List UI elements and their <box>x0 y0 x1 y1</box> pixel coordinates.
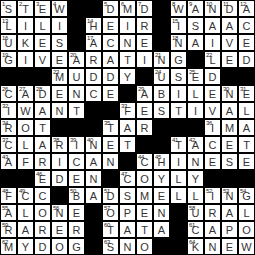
cell-r13c9[interactable]: A <box>153 221 170 238</box>
cell-letter: N <box>52 208 67 219</box>
cell-r8c4[interactable]: 39I <box>68 136 85 153</box>
cell-r13c8[interactable]: T <box>136 221 153 238</box>
cell-r3c10[interactable]: G <box>170 51 187 68</box>
cell-letter: A <box>35 106 50 117</box>
cell-letter: C <box>18 191 33 202</box>
cell-r5c5[interactable]: C <box>85 85 102 102</box>
cell-r12c2[interactable]: O <box>34 204 51 221</box>
block-cell-r7c3 <box>51 119 68 136</box>
cell-r6c13[interactable]: A <box>221 102 238 119</box>
cell-letter: T <box>137 225 152 236</box>
cell-letter: V <box>35 55 50 66</box>
cell-letter: C <box>1 140 16 151</box>
cell-r12c14[interactable]: L <box>238 204 255 221</box>
cell-r8c6[interactable]: E <box>102 136 119 153</box>
cell-r10c10[interactable]: L <box>170 170 187 187</box>
cell-r6c4[interactable]: T <box>68 102 85 119</box>
cell-r9c6[interactable]: N <box>102 153 119 170</box>
cell-letter: I <box>1 106 16 117</box>
cell-r14c7[interactable]: N <box>119 238 136 255</box>
cell-r7c7[interactable]: A <box>119 119 136 136</box>
block-cell-r10c1 <box>17 170 34 187</box>
cell-r2c14[interactable]: E <box>238 34 255 51</box>
cell-r9c14[interactable]: E <box>238 153 255 170</box>
cell-letter: A <box>120 225 135 236</box>
block-cell-r7c10 <box>170 119 187 136</box>
cell-r4c10[interactable]: S <box>170 68 187 85</box>
cell-r8c3[interactable]: 38R <box>51 136 68 153</box>
cell-r5c12[interactable]: E <box>204 85 221 102</box>
cell-letter: E <box>35 174 50 185</box>
cell-r3c9[interactable]: 21N <box>153 51 170 68</box>
cell-letter: A <box>69 55 84 66</box>
cell-r11c14[interactable]: 54G <box>238 187 255 204</box>
cell-letter: W <box>52 4 67 15</box>
cell-r0c3[interactable]: 4W <box>51 0 68 17</box>
cell-r7c13[interactable]: M <box>221 119 238 136</box>
cell-r7c12[interactable]: 36I <box>204 119 221 136</box>
cell-r3c12[interactable]: 22L <box>204 51 221 68</box>
cell-letter: D <box>52 174 67 185</box>
cell-letter: U <box>188 208 203 219</box>
cell-letter: C <box>103 38 118 49</box>
cell-r12c0[interactable]: 55A <box>0 204 17 221</box>
cell-r8c10[interactable]: 41T <box>170 136 187 153</box>
cell-letter: O <box>137 174 152 185</box>
cell-r1c10[interactable]: 15I <box>170 17 187 34</box>
cell-r8c1[interactable]: L <box>17 136 34 153</box>
cell-letter: O <box>18 123 33 134</box>
cell-r1c14[interactable]: C <box>238 17 255 34</box>
cell-r3c3[interactable]: E <box>51 51 68 68</box>
block-cell-r3c11 <box>187 51 204 68</box>
cell-r14c13[interactable]: E <box>221 238 238 255</box>
cell-r10c5[interactable]: N <box>85 170 102 187</box>
cell-r9c0[interactable]: 43A <box>0 153 17 170</box>
cell-r0c6[interactable]: 5D <box>102 0 119 17</box>
cell-r13c11[interactable]: 61C <box>187 221 204 238</box>
cell-r11c8[interactable]: M <box>136 187 153 204</box>
cell-letter: I <box>205 123 220 134</box>
cell-r8c7[interactable]: T <box>119 136 136 153</box>
cell-r10c9[interactable]: Y <box>153 170 170 187</box>
cell-r5c2[interactable]: 28D <box>34 85 51 102</box>
cell-r9c11[interactable]: N <box>187 153 204 170</box>
cell-letter: F <box>1 191 16 202</box>
cell-r3c8[interactable]: I <box>136 51 153 68</box>
cell-r14c1[interactable]: Y <box>17 238 34 255</box>
cell-letter: N <box>120 242 135 253</box>
cell-r2c1[interactable]: K <box>17 34 34 51</box>
cell-r13c0[interactable]: 59R <box>0 221 17 238</box>
cell-letter: T <box>35 123 50 134</box>
cell-r13c13[interactable]: P <box>221 221 238 238</box>
cell-letter: I <box>137 55 152 66</box>
block-cell-r12c5 <box>85 204 102 221</box>
cell-r3c13[interactable]: E <box>221 51 238 68</box>
cell-letter: D <box>103 4 118 15</box>
cell-letter: N <box>222 89 237 100</box>
cell-letter: A <box>154 225 169 236</box>
cell-letter: A <box>86 38 101 49</box>
cell-letter: R <box>69 225 84 236</box>
cell-r5c11[interactable]: L <box>187 85 204 102</box>
block-cell-r1c4 <box>68 17 85 34</box>
cell-r12c13[interactable]: A <box>221 204 238 221</box>
cell-r10c11[interactable]: Y <box>187 170 204 187</box>
cell-letter: T <box>171 106 186 117</box>
cell-letter: L <box>171 191 186 202</box>
cell-letter: L <box>239 106 254 117</box>
cell-r10c4[interactable]: E <box>68 170 85 187</box>
cell-r2c5[interactable]: 17A <box>85 34 102 51</box>
cell-r5c14[interactable]: 31E <box>238 85 255 102</box>
cell-r5c3[interactable]: E <box>51 85 68 102</box>
cell-letter: C <box>205 140 220 151</box>
cell-letter: I <box>18 55 33 66</box>
cell-letter: E <box>52 89 67 100</box>
cell-letter: A <box>188 4 203 15</box>
crossword-board: 1S2T3E4W5D6M7D8W9A10N11D12A13LILI14HEIR1… <box>0 0 255 255</box>
block-cell-r10c14 <box>238 170 255 187</box>
cell-r6c9[interactable]: S <box>153 102 170 119</box>
cell-letter: E <box>222 55 237 66</box>
cell-r5c4[interactable]: N <box>68 85 85 102</box>
cell-r6c8[interactable]: E <box>136 102 153 119</box>
cell-r3c1[interactable]: I <box>17 51 34 68</box>
block-cell-r4c0 <box>0 68 17 85</box>
cell-letter: E <box>137 208 152 219</box>
cell-r9c4[interactable]: C <box>68 153 85 170</box>
block-cell-r14c5 <box>85 238 102 255</box>
cell-letter: P <box>222 225 237 236</box>
block-cell-r6c6 <box>102 102 119 119</box>
cell-letter: M <box>52 72 67 83</box>
cell-r1c11[interactable]: S <box>187 17 204 34</box>
cell-r2c10[interactable]: 18N <box>170 34 187 51</box>
cell-r0c10[interactable]: 8W <box>170 0 187 17</box>
cell-letter: P <box>120 208 135 219</box>
cell-r13c6[interactable]: 60T <box>102 221 119 238</box>
cell-r7c14[interactable]: A <box>238 119 255 136</box>
cell-r6c10[interactable]: T <box>170 102 187 119</box>
cell-letter: D <box>103 72 118 83</box>
cell-letter: N <box>188 157 203 168</box>
cell-r8c2[interactable]: A <box>34 136 51 153</box>
cell-r13c7[interactable]: A <box>119 221 136 238</box>
cell-letter: B <box>154 89 169 100</box>
cell-r4c9[interactable]: 24U <box>153 68 170 85</box>
cell-r3c7[interactable]: T <box>119 51 136 68</box>
cell-r11c4[interactable]: 50B <box>68 187 85 204</box>
cell-r12c11[interactable]: 58U <box>187 204 204 221</box>
cell-r0c13[interactable]: 11D <box>221 0 238 17</box>
cell-r9c5[interactable]: A <box>85 153 102 170</box>
cell-r0c11[interactable]: 9A <box>187 0 204 17</box>
cell-r9c10[interactable]: I <box>170 153 187 170</box>
cell-r14c4[interactable]: G <box>68 238 85 255</box>
cell-letter: L <box>239 208 254 219</box>
cell-r11c13[interactable]: 53N <box>221 187 238 204</box>
block-cell-r1c9 <box>153 17 170 34</box>
cell-r3c5[interactable]: R <box>85 51 102 68</box>
cell-r14c11[interactable]: 64K <box>187 238 204 255</box>
cell-letter: N <box>69 89 84 100</box>
cell-r11c1[interactable]: 49C <box>17 187 34 204</box>
cell-r2c6[interactable]: C <box>102 34 119 51</box>
cell-r0c2[interactable]: 3E <box>34 0 51 17</box>
cell-r9c9[interactable]: 45H <box>153 153 170 170</box>
block-cell-r14c10 <box>170 238 187 255</box>
cell-r3c4[interactable]: 20A <box>68 51 85 68</box>
cell-letter: E <box>188 72 203 83</box>
cell-letter: E <box>137 38 152 49</box>
cell-letter: I <box>52 157 67 168</box>
cell-r14c6[interactable]: 63S <box>102 238 119 255</box>
cell-r13c14[interactable]: O <box>238 221 255 238</box>
cell-r5c9[interactable]: B <box>153 85 170 102</box>
cell-letter: E <box>205 89 220 100</box>
cell-letter: M <box>120 4 135 15</box>
cell-r2c3[interactable]: S <box>51 34 68 51</box>
cell-r8c5[interactable]: 40N <box>85 136 102 153</box>
cell-r13c3[interactable]: E <box>51 221 68 238</box>
cell-letter: E <box>52 55 67 66</box>
cell-r11c6[interactable]: 51D <box>102 187 119 204</box>
cell-r2c7[interactable]: N <box>119 34 136 51</box>
cell-letter: T <box>69 106 84 117</box>
cell-letter: S <box>222 157 237 168</box>
cell-r11c10[interactable]: L <box>170 187 187 204</box>
cell-r1c2[interactable]: L <box>34 17 51 34</box>
cell-r13c12[interactable]: A <box>204 221 221 238</box>
cell-letter: S <box>171 72 186 83</box>
cell-r1c8[interactable]: R <box>136 17 153 34</box>
cell-r6c14[interactable]: L <box>238 102 255 119</box>
cell-letter: M <box>137 191 152 202</box>
cell-r11c11[interactable]: L <box>187 187 204 204</box>
cell-letter: N <box>86 140 101 151</box>
cell-r8c0[interactable]: 37C <box>0 136 17 153</box>
cell-r7c0[interactable]: 34R <box>0 119 17 136</box>
cell-r4c5[interactable]: D <box>85 68 102 85</box>
cell-r12c4[interactable]: E <box>68 204 85 221</box>
cell-r4c6[interactable]: D <box>102 68 119 85</box>
block-cell-r10c6 <box>102 170 119 187</box>
block-cell-r7c9 <box>153 119 170 136</box>
cell-r1c3[interactable]: I <box>51 17 68 34</box>
cell-r14c3[interactable]: O <box>51 238 68 255</box>
cell-r6c12[interactable]: V <box>204 102 221 119</box>
cell-r12c8[interactable]: E <box>136 204 153 221</box>
cell-letter: T <box>171 140 186 151</box>
cell-r5c0[interactable]: 26C <box>0 85 17 102</box>
cell-r10c8[interactable]: O <box>136 170 153 187</box>
cell-letter: D <box>35 242 50 253</box>
cell-r1c1[interactable]: I <box>17 17 34 34</box>
cell-letter: I <box>52 21 67 32</box>
cell-r1c5[interactable]: 14H <box>85 17 102 34</box>
cell-letter: N <box>120 38 135 49</box>
cell-r2c2[interactable]: E <box>34 34 51 51</box>
cell-r11c7[interactable]: S <box>119 187 136 204</box>
cell-r8c14[interactable]: T <box>238 136 255 153</box>
cell-r14c0[interactable]: 62M <box>0 238 17 255</box>
cell-r3c14[interactable]: D <box>238 51 255 68</box>
cell-r3c0[interactable]: 19G <box>0 51 17 68</box>
cell-letter: A <box>103 55 118 66</box>
cell-letter: L <box>188 89 203 100</box>
cell-r2c13[interactable]: V <box>221 34 238 51</box>
cell-letter: T <box>18 4 33 15</box>
cell-letter: E <box>103 89 118 100</box>
cell-letter: M <box>1 242 16 253</box>
cell-r1c12[interactable]: A <box>204 17 221 34</box>
block-cell-r2c4 <box>68 34 85 51</box>
cell-letter: A <box>222 208 237 219</box>
cell-r6c2[interactable]: A <box>34 102 51 119</box>
cell-letter: D <box>35 89 50 100</box>
cell-r5c10[interactable]: I <box>170 85 187 102</box>
cell-r4c3[interactable]: 23M <box>51 68 68 85</box>
block-cell-r8c8 <box>136 136 153 153</box>
cell-r4c7[interactable]: Y <box>119 68 136 85</box>
block-cell-r14c9 <box>153 238 170 255</box>
cell-letter: E <box>69 208 84 219</box>
cell-letter: S <box>154 106 169 117</box>
cell-letter: E <box>239 157 254 168</box>
cell-r6c11[interactable]: I <box>187 102 204 119</box>
cell-r4c12[interactable]: D <box>204 68 221 85</box>
cell-r3c6[interactable]: A <box>102 51 119 68</box>
cell-letter: L <box>1 21 16 32</box>
cell-r6c7[interactable]: 33F <box>119 102 136 119</box>
cell-r3c2[interactable]: V <box>34 51 51 68</box>
cell-r9c13[interactable]: S <box>221 153 238 170</box>
cell-r9c8[interactable]: 44C <box>136 153 153 170</box>
cell-r9c2[interactable]: R <box>34 153 51 170</box>
cell-letter: D <box>222 4 237 15</box>
cell-r6c0[interactable]: 32I <box>0 102 17 119</box>
cell-r4c4[interactable]: U <box>68 68 85 85</box>
cell-letter: H <box>86 21 101 32</box>
cell-r4c11[interactable]: 25E <box>187 68 204 85</box>
cell-r13c1[interactable]: A <box>17 221 34 238</box>
cell-r11c9[interactable]: E <box>153 187 170 204</box>
cell-r7c1[interactable]: O <box>17 119 34 136</box>
cell-r9c3[interactable]: I <box>51 153 68 170</box>
cell-letter: D <box>137 4 152 15</box>
cell-r10c3[interactable]: D <box>51 170 68 187</box>
block-cell-r9c7 <box>119 153 136 170</box>
cell-r13c2[interactable]: R <box>34 221 51 238</box>
block-cell-r13c10 <box>170 221 187 238</box>
cell-r0c1[interactable]: 2T <box>17 0 34 17</box>
cell-r1c6[interactable]: E <box>102 17 119 34</box>
cell-r7c8[interactable]: R <box>136 119 153 136</box>
block-cell-r4c1 <box>17 68 34 85</box>
cell-r7c2[interactable]: T <box>34 119 51 136</box>
cell-r8c12[interactable]: C <box>204 136 221 153</box>
cell-r12c7[interactable]: P <box>119 204 136 221</box>
cell-letter: U <box>154 72 169 83</box>
cell-r0c8[interactable]: 7D <box>136 0 153 17</box>
cell-r5c1[interactable]: 27A <box>17 85 34 102</box>
cell-letter: T <box>103 123 118 134</box>
cell-r8c11[interactable]: 42A <box>187 136 204 153</box>
cell-r14c12[interactable]: N <box>204 238 221 255</box>
cell-r2c8[interactable]: E <box>136 34 153 51</box>
cell-r0c0[interactable]: 1S <box>0 0 17 17</box>
cell-letter: V <box>222 38 237 49</box>
cell-letter: R <box>137 123 152 134</box>
cell-r11c12[interactable]: 52I <box>204 187 221 204</box>
cell-r9c1[interactable]: F <box>17 153 34 170</box>
cell-letter: A <box>86 157 101 168</box>
cell-letter: N <box>154 208 169 219</box>
cell-letter: Y <box>154 174 169 185</box>
cell-letter: A <box>120 123 135 134</box>
cell-r6c1[interactable]: W <box>17 102 34 119</box>
cell-r5c6[interactable]: E <box>102 85 119 102</box>
cell-letter: A <box>205 21 220 32</box>
cell-r10c7[interactable]: 47C <box>119 170 136 187</box>
cell-letter: F <box>120 106 135 117</box>
cell-letter: I <box>205 191 220 202</box>
cell-r13c4[interactable]: R <box>68 221 85 238</box>
cell-r9c12[interactable]: E <box>204 153 221 170</box>
cell-letter: W <box>239 242 254 253</box>
cell-r7c6[interactable]: 35T <box>102 119 119 136</box>
cell-r11c0[interactable]: 48F <box>0 187 17 204</box>
cell-r1c7[interactable]: I <box>119 17 136 34</box>
cell-letter: E <box>222 140 237 151</box>
cell-letter: C <box>239 21 254 32</box>
cell-r2c0[interactable]: 16U <box>0 34 17 51</box>
cell-r11c2[interactable]: C <box>34 187 51 204</box>
cell-r12c3[interactable]: 56N <box>51 204 68 221</box>
cell-r11c5[interactable]: A <box>85 187 102 204</box>
cell-r12c6[interactable]: 57O <box>102 204 119 221</box>
cell-letter: A <box>1 157 16 168</box>
cell-r5c8[interactable]: 29A <box>136 85 153 102</box>
cell-r1c13[interactable]: A <box>221 17 238 34</box>
cell-letter: L <box>35 21 50 32</box>
cell-r0c12[interactable]: 10N <box>204 0 221 17</box>
cell-letter: G <box>1 55 16 66</box>
cell-r12c12[interactable]: R <box>204 204 221 221</box>
cell-r0c14[interactable]: 12A <box>238 0 255 17</box>
cell-letter: I <box>171 89 186 100</box>
cell-r0c7[interactable]: 6M <box>119 0 136 17</box>
cell-r10c2[interactable]: 46E <box>34 170 51 187</box>
cell-letter: D <box>103 191 118 202</box>
cell-r14c14[interactable]: W <box>238 238 255 255</box>
cell-r5c13[interactable]: 30N <box>221 85 238 102</box>
cell-letter: N <box>222 191 237 202</box>
cell-r8c13[interactable]: E <box>221 136 238 153</box>
cell-r14c8[interactable]: O <box>136 238 153 255</box>
cell-r2c11[interactable]: A <box>187 34 204 51</box>
cell-letter: R <box>137 21 152 32</box>
cell-r14c2[interactable]: D <box>34 238 51 255</box>
cell-r12c9[interactable]: N <box>153 204 170 221</box>
cell-r1c0[interactable]: 13L <box>0 17 17 34</box>
cell-r2c12[interactable]: I <box>204 34 221 51</box>
cell-r6c3[interactable]: N <box>51 102 68 119</box>
cell-letter: O <box>137 242 152 253</box>
cell-r12c1[interactable]: L <box>17 204 34 221</box>
